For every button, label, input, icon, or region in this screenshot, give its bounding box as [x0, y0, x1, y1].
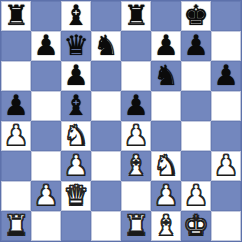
- black-rook: ♜: [3, 1, 28, 31]
- square-b5[interactable]: [31, 91, 61, 121]
- square-b3[interactable]: [31, 151, 61, 181]
- square-e3[interactable]: ♝: [121, 151, 151, 181]
- square-b8[interactable]: [31, 1, 61, 31]
- black-bishop: ♝: [63, 1, 88, 31]
- black-pawn: ♟: [63, 61, 88, 91]
- square-d7[interactable]: ♞: [91, 31, 121, 61]
- black-pawn: ♟: [123, 91, 148, 121]
- square-f1[interactable]: ♝: [151, 211, 181, 241]
- square-c6[interactable]: ♟: [61, 61, 91, 91]
- square-b1[interactable]: [31, 211, 61, 241]
- black-bishop: ♝: [63, 91, 88, 121]
- square-d8[interactable]: [91, 1, 121, 31]
- square-f2[interactable]: ♟: [151, 181, 181, 211]
- square-g7[interactable]: ♟: [181, 31, 211, 61]
- square-b4[interactable]: [31, 121, 61, 151]
- white-king: ♚: [183, 211, 208, 241]
- square-d6[interactable]: [91, 61, 121, 91]
- square-g3[interactable]: [181, 151, 211, 181]
- square-h7[interactable]: [211, 31, 241, 61]
- black-knight: ♞: [93, 31, 118, 61]
- white-knight: ♞: [63, 121, 88, 151]
- black-pawn: ♟: [183, 31, 208, 61]
- white-bishop: ♝: [123, 151, 148, 181]
- square-h2[interactable]: [211, 181, 241, 211]
- black-knight: ♞: [153, 61, 178, 91]
- square-c2[interactable]: ♛: [61, 181, 91, 211]
- square-d4[interactable]: [91, 121, 121, 151]
- white-pawn: ♟: [183, 181, 208, 211]
- square-e1[interactable]: ♜: [121, 211, 151, 241]
- black-pawn: ♟: [213, 61, 238, 91]
- square-e6[interactable]: [121, 61, 151, 91]
- square-g5[interactable]: [181, 91, 211, 121]
- black-pawn: ♟: [153, 31, 178, 61]
- white-pawn: ♟: [63, 151, 88, 181]
- square-a2[interactable]: [1, 181, 31, 211]
- square-f4[interactable]: [151, 121, 181, 151]
- square-a5[interactable]: ♟: [1, 91, 31, 121]
- white-pawn: ♟: [123, 121, 148, 151]
- square-e8[interactable]: ♜: [121, 1, 151, 31]
- square-c7[interactable]: ♛: [61, 31, 91, 61]
- square-e7[interactable]: [121, 31, 151, 61]
- square-a8[interactable]: ♜: [1, 1, 31, 31]
- chess-board: ♜♝♜♚♟♛♞♟♟♟♞♟♟♝♟♟♞♟♟♝♞♟♟♛♟♟♜♜♝♚: [0, 0, 242, 242]
- square-f3[interactable]: ♞: [151, 151, 181, 181]
- square-g1[interactable]: ♚: [181, 211, 211, 241]
- square-h5[interactable]: [211, 91, 241, 121]
- square-a6[interactable]: [1, 61, 31, 91]
- square-c4[interactable]: ♞: [61, 121, 91, 151]
- square-h8[interactable]: [211, 1, 241, 31]
- square-f5[interactable]: [151, 91, 181, 121]
- square-f7[interactable]: ♟: [151, 31, 181, 61]
- square-h4[interactable]: [211, 121, 241, 151]
- white-rook: ♜: [3, 211, 28, 241]
- square-d3[interactable]: [91, 151, 121, 181]
- square-b6[interactable]: [31, 61, 61, 91]
- square-b2[interactable]: ♟: [31, 181, 61, 211]
- white-pawn: ♟: [153, 181, 178, 211]
- square-e5[interactable]: ♟: [121, 91, 151, 121]
- white-pawn: ♟: [213, 151, 238, 181]
- square-d5[interactable]: [91, 91, 121, 121]
- square-g4[interactable]: [181, 121, 211, 151]
- square-h3[interactable]: ♟: [211, 151, 241, 181]
- square-c8[interactable]: ♝: [61, 1, 91, 31]
- white-knight: ♞: [153, 151, 178, 181]
- white-queen: ♛: [63, 181, 88, 211]
- square-d2[interactable]: [91, 181, 121, 211]
- square-a1[interactable]: ♜: [1, 211, 31, 241]
- white-bishop: ♝: [153, 211, 178, 241]
- black-pawn: ♟: [3, 91, 28, 121]
- square-c5[interactable]: ♝: [61, 91, 91, 121]
- white-rook: ♜: [123, 211, 148, 241]
- black-pawn: ♟: [33, 31, 58, 61]
- square-h1[interactable]: [211, 211, 241, 241]
- square-a3[interactable]: [1, 151, 31, 181]
- square-b7[interactable]: ♟: [31, 31, 61, 61]
- square-f8[interactable]: [151, 1, 181, 31]
- black-queen: ♛: [63, 31, 88, 61]
- square-c1[interactable]: [61, 211, 91, 241]
- square-h6[interactable]: ♟: [211, 61, 241, 91]
- square-a7[interactable]: [1, 31, 31, 61]
- white-pawn: ♟: [3, 121, 28, 151]
- black-rook: ♜: [123, 1, 148, 31]
- square-d1[interactable]: [91, 211, 121, 241]
- square-a4[interactable]: ♟: [1, 121, 31, 151]
- square-c3[interactable]: ♟: [61, 151, 91, 181]
- square-g6[interactable]: [181, 61, 211, 91]
- square-e2[interactable]: [121, 181, 151, 211]
- square-g2[interactable]: ♟: [181, 181, 211, 211]
- square-g8[interactable]: ♚: [181, 1, 211, 31]
- square-f6[interactable]: ♞: [151, 61, 181, 91]
- black-king: ♚: [183, 1, 208, 31]
- white-pawn: ♟: [33, 181, 58, 211]
- square-e4[interactable]: ♟: [121, 121, 151, 151]
